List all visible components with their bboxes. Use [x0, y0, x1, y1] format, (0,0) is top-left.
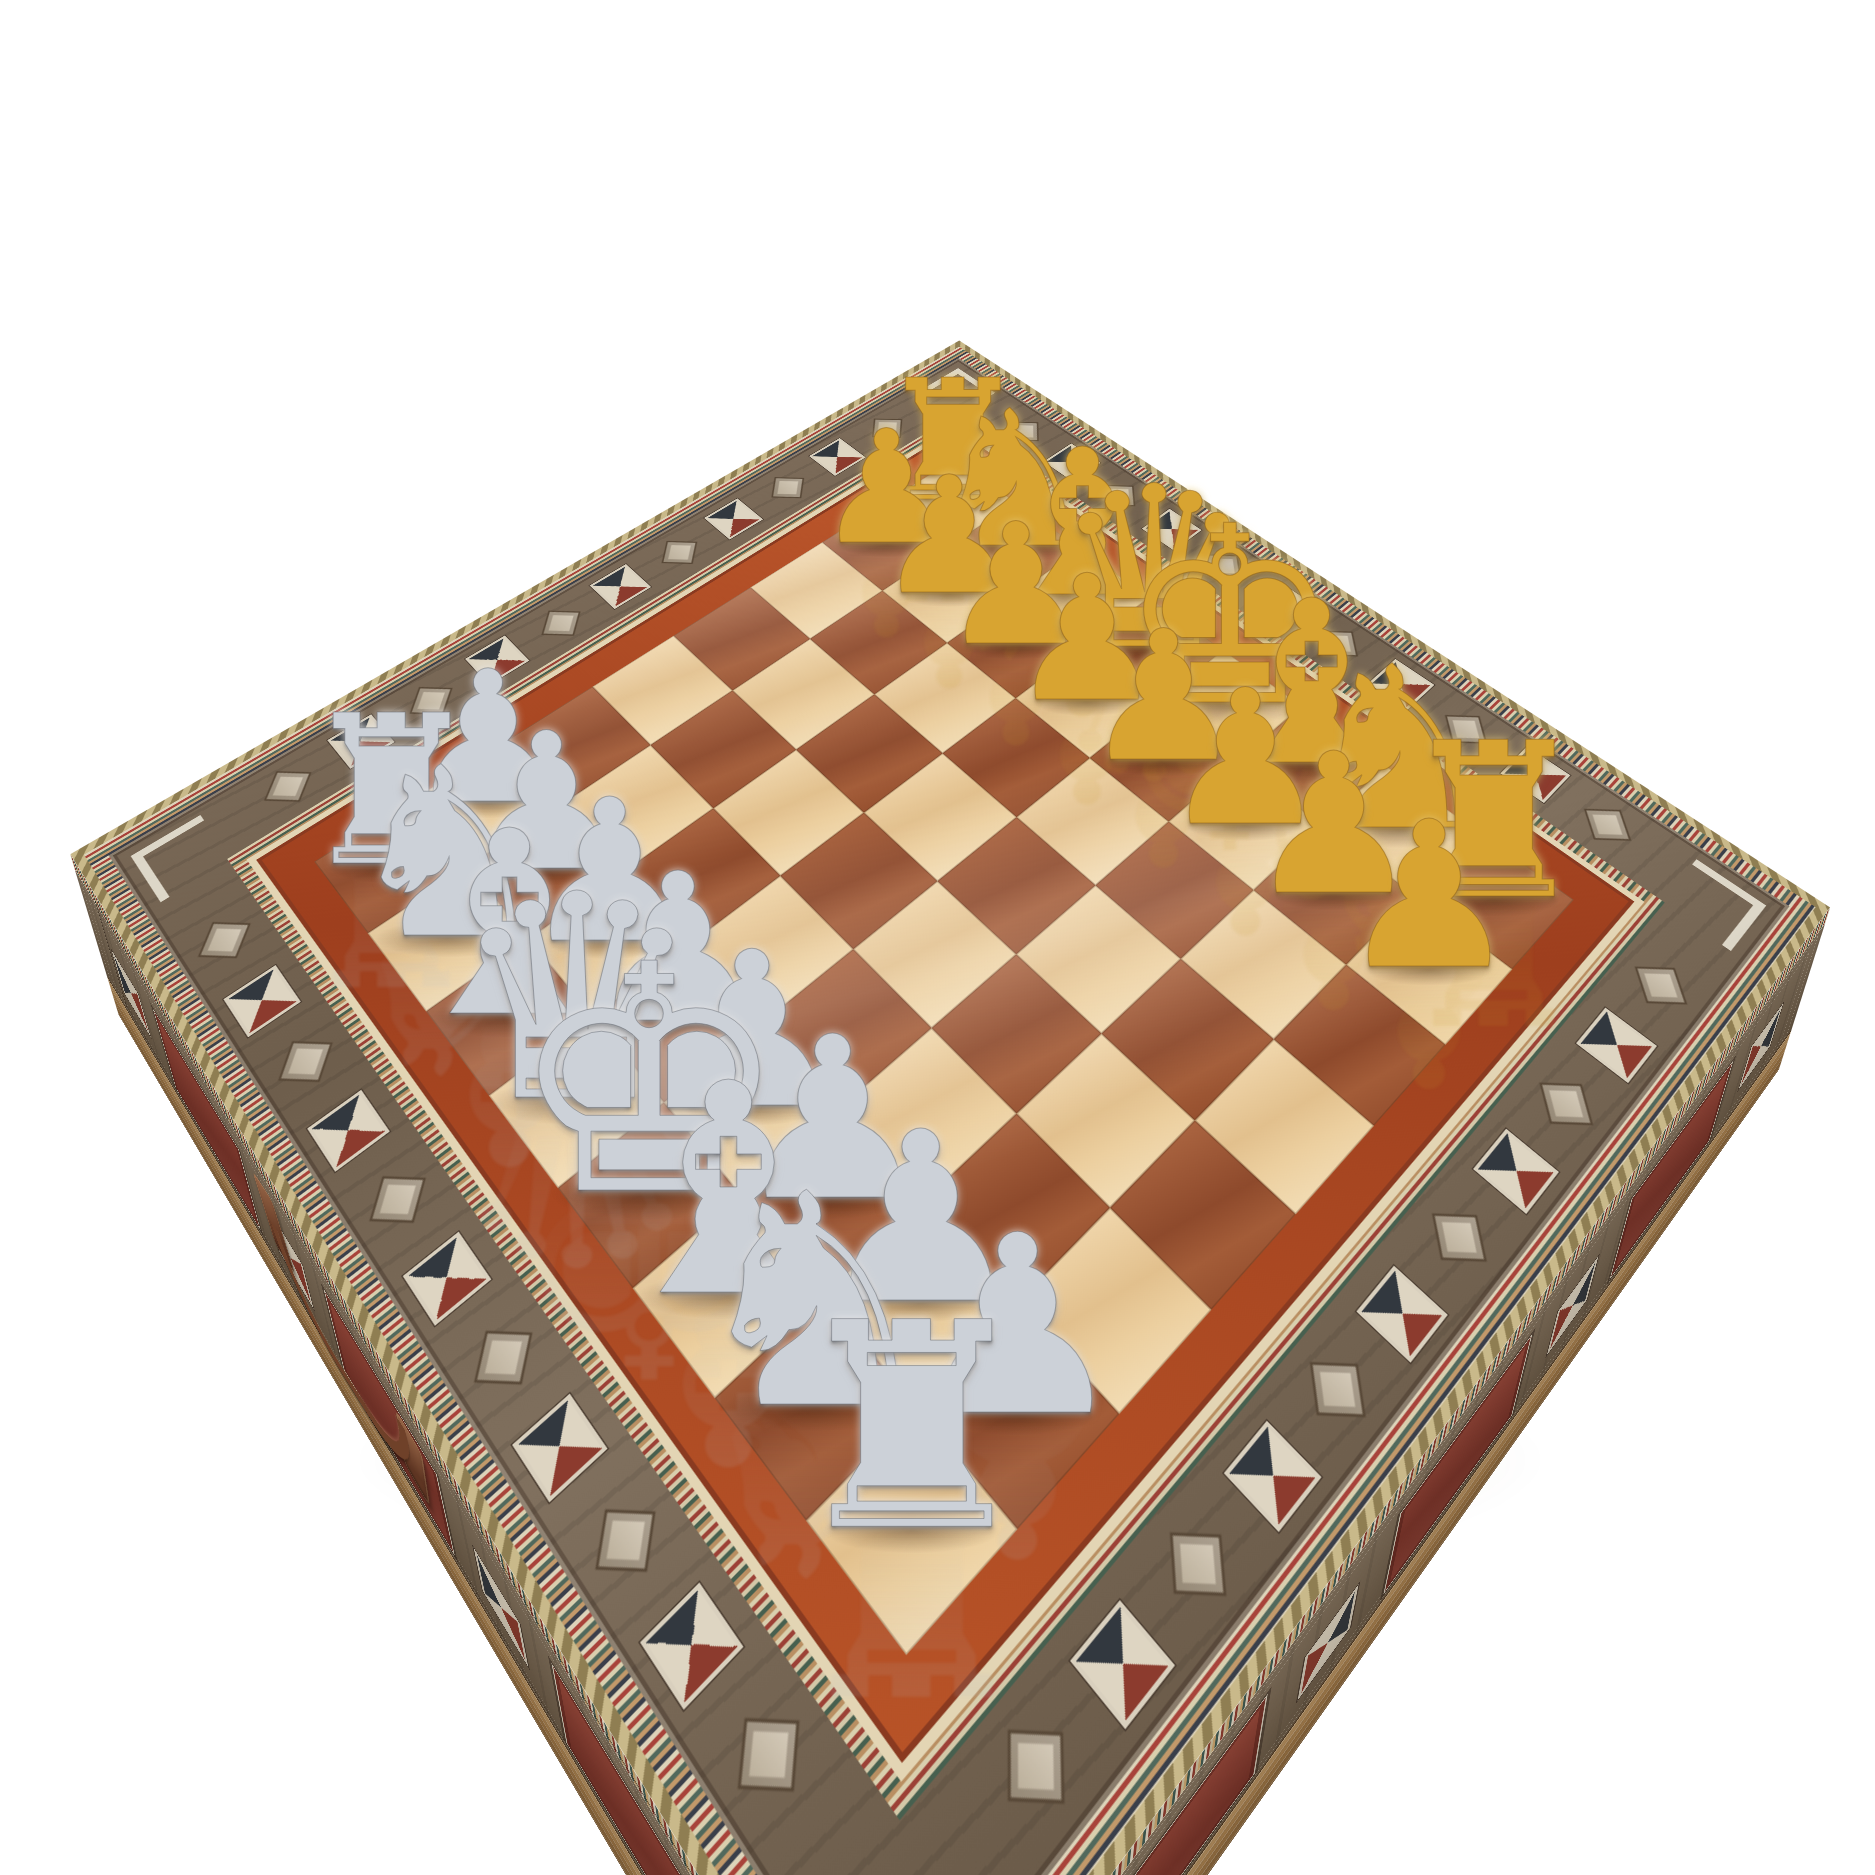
lozenge-inlay-tile — [1287, 1335, 1389, 1447]
lozenge-core — [1539, 1083, 1593, 1126]
lozenge-core — [1310, 1362, 1366, 1417]
lozenge-inlay-tile — [263, 1021, 349, 1104]
star-mosaic-tile — [590, 564, 651, 609]
corner-inlay-right — [1660, 859, 1766, 951]
corner-inlay-bottom — [815, 1812, 976, 1875]
corner-inlay-left — [131, 815, 232, 902]
lozenge-inlay-tile — [184, 904, 265, 977]
lozenge-core — [771, 477, 804, 498]
star-mosaic-tile — [307, 1089, 390, 1171]
lozenge-core — [369, 1176, 426, 1223]
lozenge-core — [278, 1041, 333, 1082]
lozenge-core — [474, 1331, 533, 1385]
star-mosaic-tile — [1070, 1600, 1175, 1729]
product-photo-scene: Elevated three-quarter product photo of … — [0, 0, 1875, 1875]
lozenge-inlay-tile — [1412, 1190, 1507, 1288]
lozenge-core — [661, 541, 697, 564]
lozenge-core — [737, 1718, 799, 1792]
lozenge-inlay-tile — [977, 1693, 1094, 1843]
lozenge-core — [1584, 809, 1632, 841]
star-mosaic-tile — [640, 1583, 743, 1710]
square-h4[interactable] — [1110, 1120, 1296, 1310]
piece-glyph: ♜ — [784, 1286, 1039, 1570]
star-mosaic-tile — [1473, 1128, 1559, 1213]
lozenge-inlay-tile — [572, 1478, 679, 1604]
lozenge-inlay-tile — [1144, 1501, 1253, 1630]
star-mosaic-tile — [704, 498, 763, 539]
lozenge-core — [595, 1509, 656, 1572]
star-mosaic-tile — [1576, 1007, 1657, 1083]
star-mosaic-tile — [1357, 1265, 1448, 1362]
lozenge-inlay-tile — [1521, 1062, 1611, 1148]
lozenge-inlay-tile — [454, 1304, 553, 1413]
lozenge-core — [1170, 1532, 1227, 1596]
lozenge-inlay-tile — [352, 1153, 444, 1247]
star-mosaic-tile — [1223, 1421, 1321, 1532]
lozenge-core — [1008, 1729, 1065, 1804]
lozenge-core — [1432, 1213, 1487, 1262]
perspective-stage — [0, 0, 1875, 1875]
square-g5[interactable] — [1102, 959, 1273, 1120]
lozenge-core — [198, 922, 251, 958]
star-mosaic-tile — [402, 1231, 491, 1325]
lozenge-inlay-tile — [711, 1682, 827, 1831]
lozenge-inlay-tile — [1618, 948, 1703, 1025]
piece-glyph: ♟ — [1338, 795, 1520, 998]
square-h5[interactable] — [1195, 1039, 1374, 1214]
lozenge-core — [1634, 967, 1687, 1005]
square-f5[interactable] — [1016, 885, 1180, 1033]
star-mosaic-tile — [512, 1394, 607, 1503]
star-mosaic-tile — [223, 965, 300, 1037]
